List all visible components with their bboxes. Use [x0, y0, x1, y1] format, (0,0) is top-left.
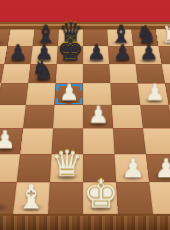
- square-d4[interactable]: [53, 105, 83, 128]
- square-f7[interactable]: ♟: [108, 46, 135, 64]
- square-d7[interactable]: ♚: [57, 46, 83, 64]
- square-c4[interactable]: [23, 105, 54, 128]
- white-pawn-g2[interactable]: ♟: [154, 156, 170, 181]
- square-d5[interactable]: ♟: [54, 84, 83, 105]
- square-d2[interactable]: ♛: [50, 154, 83, 182]
- square-e4[interactable]: ♟: [83, 105, 113, 128]
- square-c3[interactable]: [20, 128, 53, 154]
- square-f4[interactable]: [112, 105, 143, 128]
- white-bishop-c1[interactable]: ♝: [15, 180, 45, 212]
- square-e1[interactable]: ♚: [83, 182, 118, 214]
- white-queen-d2[interactable]: ♛: [50, 147, 82, 181]
- black-king-d7[interactable]: ♚: [57, 35, 84, 63]
- square-c1[interactable]: ♝: [13, 182, 50, 214]
- square-g7[interactable]: ♟: [133, 46, 161, 64]
- white-pawn-d5[interactable]: ♟: [58, 82, 78, 104]
- square-f6[interactable]: [109, 64, 138, 84]
- square-f2[interactable]: ♟: [114, 154, 149, 182]
- white-rook-h8[interactable]: ♜: [161, 24, 170, 46]
- board-perspective-area: ♜♝♛♝♞♜♟♟♟♚♟♟♟♞♟♟♟♟♟♛♟♟♜♞♝♚: [0, 0, 170, 230]
- square-e6[interactable]: [83, 64, 110, 84]
- chess-board[interactable]: ♜♝♛♝♞♜♟♟♟♚♟♟♟♞♟♟♟♟♟♛♟♟♜♞♝♚: [0, 29, 170, 214]
- square-g5[interactable]: ♟: [138, 84, 169, 105]
- black-pawn-f7[interactable]: ♟: [113, 43, 132, 63]
- square-g2[interactable]: ♟: [146, 154, 170, 182]
- white-pawn-e4[interactable]: ♟: [87, 105, 108, 128]
- square-b5[interactable]: [0, 84, 28, 105]
- square-g4[interactable]: [140, 105, 170, 128]
- square-b6[interactable]: [1, 64, 31, 84]
- black-knight-c6[interactable]: ♞: [30, 58, 53, 82]
- white-knight-b1[interactable]: ♞: [0, 181, 10, 212]
- square-e3[interactable]: [83, 128, 114, 154]
- square-b7[interactable]: ♟: [4, 46, 32, 64]
- white-king-e1[interactable]: ♚: [83, 175, 119, 213]
- square-c6[interactable]: ♞: [28, 64, 57, 84]
- square-e7[interactable]: ♟: [83, 46, 109, 64]
- square-f5[interactable]: [110, 84, 140, 105]
- square-h7[interactable]: [158, 46, 170, 64]
- square-g3[interactable]: [143, 128, 170, 154]
- chess-app-scene: ♜♝♛♝♞♜♟♟♟♚♟♟♟♞♟♟♟♟♟♛♟♟♜♞♝♚: [0, 0, 170, 230]
- square-f1[interactable]: [116, 182, 153, 214]
- white-pawn-b3[interactable]: ♟: [0, 129, 16, 153]
- black-pawn-g7[interactable]: ♟: [139, 43, 158, 63]
- black-pawn-a7[interactable]: ♟: [0, 43, 1, 63]
- square-d1[interactable]: [48, 182, 83, 214]
- black-pawn-e7[interactable]: ♟: [87, 43, 106, 63]
- black-pawn-b7[interactable]: ♟: [8, 43, 27, 63]
- square-c5[interactable]: [26, 84, 56, 105]
- square-g1[interactable]: [149, 182, 170, 214]
- white-pawn-f2[interactable]: ♟: [121, 156, 145, 181]
- white-pawn-g5[interactable]: ♟: [144, 82, 164, 104]
- square-f3[interactable]: [113, 128, 146, 154]
